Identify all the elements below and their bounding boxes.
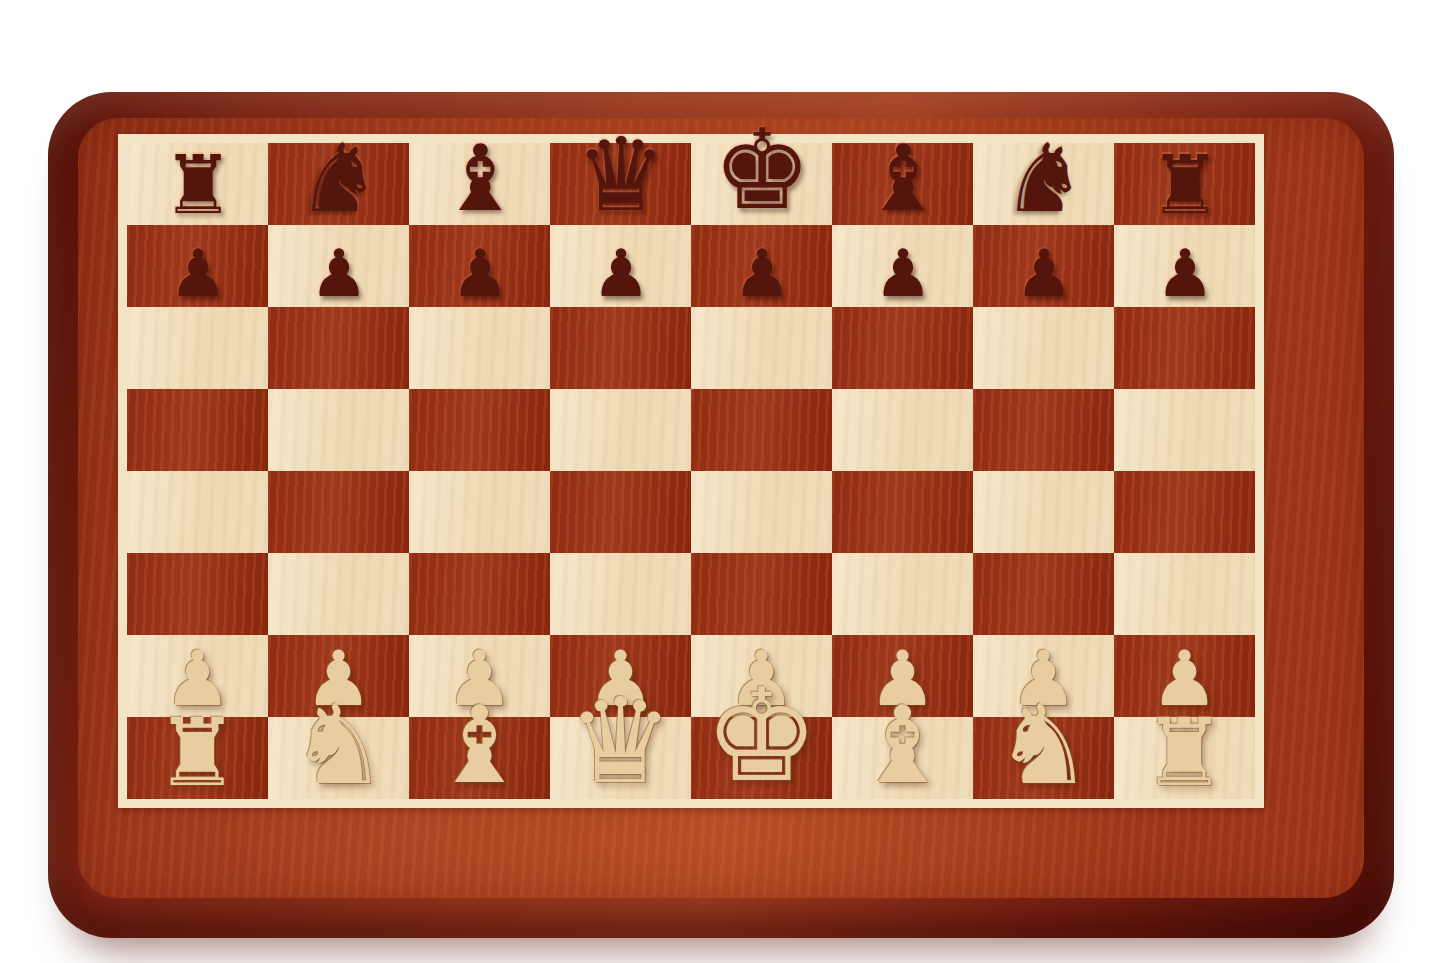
square-b5[interactable]: [268, 389, 409, 471]
square-h8[interactable]: ♜: [1114, 143, 1255, 225]
square-e6[interactable]: [691, 307, 832, 389]
piece-black-bishop[interactable]: ♝: [439, 136, 521, 223]
piece-black-pawn[interactable]: ♟: [168, 243, 227, 305]
square-f7[interactable]: ♟: [832, 225, 973, 307]
square-d5[interactable]: [550, 389, 691, 471]
square-e3[interactable]: [691, 553, 832, 635]
square-g8[interactable]: ♞: [973, 143, 1114, 225]
square-a7[interactable]: ♟: [127, 225, 268, 307]
piece-black-pawn[interactable]: ♟: [450, 243, 509, 305]
square-e4[interactable]: [691, 471, 832, 553]
square-f3[interactable]: [832, 553, 973, 635]
square-f1[interactable]: ♝: [832, 717, 973, 799]
piece-white-knight[interactable]: ♞: [289, 693, 388, 798]
piece-white-knight[interactable]: ♞: [994, 693, 1093, 798]
square-d4[interactable]: [550, 471, 691, 553]
square-a1[interactable]: ♜: [127, 717, 268, 799]
square-d7[interactable]: ♟: [550, 225, 691, 307]
square-d6[interactable]: [550, 307, 691, 389]
square-b1[interactable]: ♞: [268, 717, 409, 799]
square-c7[interactable]: ♟: [409, 225, 550, 307]
piece-white-rook[interactable]: ♜: [155, 708, 239, 797]
square-f8[interactable]: ♝: [832, 143, 973, 225]
square-a6[interactable]: [127, 307, 268, 389]
square-c5[interactable]: [409, 389, 550, 471]
square-b6[interactable]: [268, 307, 409, 389]
square-a5[interactable]: [127, 389, 268, 471]
square-h4[interactable]: [1114, 471, 1255, 553]
piece-black-king[interactable]: ♚: [712, 118, 811, 223]
square-h5[interactable]: [1114, 389, 1255, 471]
square-e7[interactable]: ♟: [691, 225, 832, 307]
square-c1[interactable]: ♝: [409, 717, 550, 799]
square-h6[interactable]: [1114, 307, 1255, 389]
piece-black-pawn[interactable]: ♟: [1014, 243, 1073, 305]
square-c6[interactable]: [409, 307, 550, 389]
square-a8[interactable]: ♜: [127, 143, 268, 225]
square-g6[interactable]: [973, 307, 1114, 389]
piece-black-bishop[interactable]: ♝: [862, 136, 944, 223]
square-g7[interactable]: ♟: [973, 225, 1114, 307]
square-d8[interactable]: ♛: [550, 143, 691, 225]
square-f6[interactable]: [832, 307, 973, 389]
piece-white-queen[interactable]: ♛: [568, 685, 674, 797]
piece-black-rook[interactable]: ♜: [161, 146, 233, 223]
square-d1[interactable]: ♛: [550, 717, 691, 799]
square-g4[interactable]: [973, 471, 1114, 553]
square-f4[interactable]: [832, 471, 973, 553]
square-b7[interactable]: ♟: [268, 225, 409, 307]
square-f5[interactable]: [832, 389, 973, 471]
piece-black-pawn[interactable]: ♟: [1155, 243, 1214, 305]
square-e8[interactable]: ♚: [691, 143, 832, 225]
board-frame: ♜♞♝♛♚♝♞♜♟♟♟♟♟♟♟♟♟♟♟♟♟♟♟♟♜♞♝♛♚♝♞♜: [48, 92, 1394, 938]
photo-canvas: ♜♞♝♛♚♝♞♜♟♟♟♟♟♟♟♟♟♟♟♟♟♟♟♟♜♞♝♛♚♝♞♜: [0, 0, 1445, 963]
piece-black-queen[interactable]: ♛: [575, 127, 666, 223]
square-c8[interactable]: ♝: [409, 143, 550, 225]
square-c3[interactable]: [409, 553, 550, 635]
square-c4[interactable]: [409, 471, 550, 553]
square-g3[interactable]: [973, 553, 1114, 635]
square-b8[interactable]: ♞: [268, 143, 409, 225]
square-g1[interactable]: ♞: [973, 717, 1114, 799]
piece-black-pawn[interactable]: ♟: [591, 243, 650, 305]
piece-white-rook[interactable]: ♜: [1142, 708, 1226, 797]
square-a3[interactable]: [127, 553, 268, 635]
piece-white-bishop[interactable]: ♝: [432, 696, 527, 797]
piece-white-bishop[interactable]: ♝: [855, 696, 950, 797]
square-h7[interactable]: ♟: [1114, 225, 1255, 307]
square-b3[interactable]: [268, 553, 409, 635]
square-e1[interactable]: ♚: [691, 717, 832, 799]
piece-black-knight[interactable]: ♞: [296, 133, 381, 223]
square-g5[interactable]: [973, 389, 1114, 471]
square-b4[interactable]: [268, 471, 409, 553]
piece-black-knight[interactable]: ♞: [1001, 133, 1086, 223]
square-e5[interactable]: [691, 389, 832, 471]
piece-white-king[interactable]: ♚: [704, 675, 819, 797]
square-h3[interactable]: [1114, 553, 1255, 635]
chess-board: ♜♞♝♛♚♝♞♜♟♟♟♟♟♟♟♟♟♟♟♟♟♟♟♟♜♞♝♛♚♝♞♜: [127, 143, 1255, 799]
piece-black-pawn[interactable]: ♟: [309, 243, 368, 305]
piece-black-rook[interactable]: ♜: [1148, 146, 1220, 223]
piece-black-pawn[interactable]: ♟: [732, 243, 791, 305]
square-d3[interactable]: [550, 553, 691, 635]
square-h1[interactable]: ♜: [1114, 717, 1255, 799]
piece-black-pawn[interactable]: ♟: [873, 243, 932, 305]
square-a4[interactable]: [127, 471, 268, 553]
board-inlay: ♜♞♝♛♚♝♞♜♟♟♟♟♟♟♟♟♟♟♟♟♟♟♟♟♜♞♝♛♚♝♞♜: [118, 134, 1264, 808]
